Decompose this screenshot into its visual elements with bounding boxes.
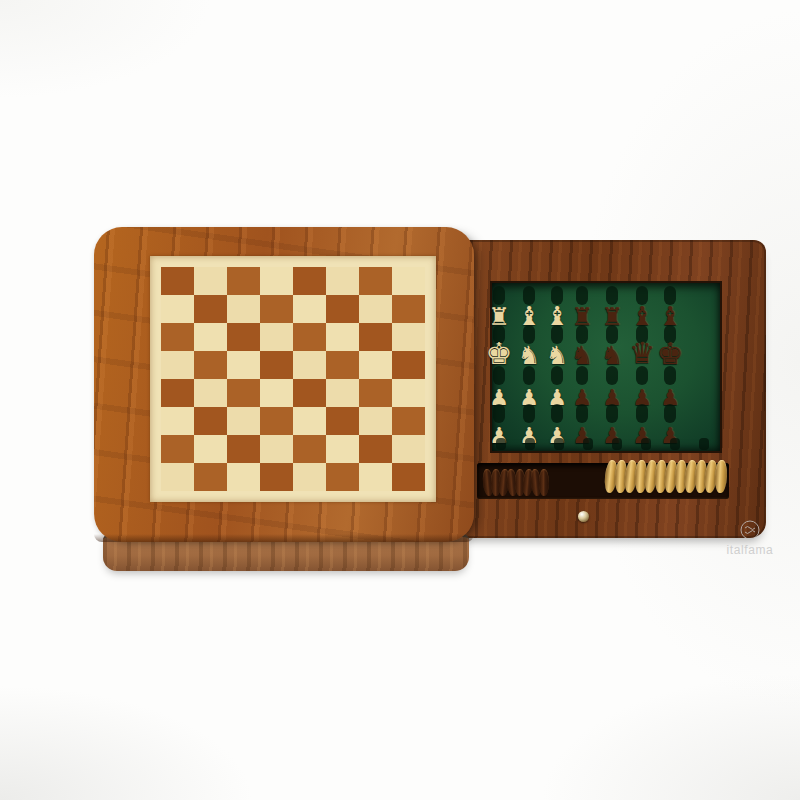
board-square [161, 323, 194, 351]
board-square [260, 267, 293, 295]
board-square [326, 435, 359, 463]
board-square [392, 435, 425, 463]
box-lid [94, 227, 474, 542]
board-square [227, 267, 260, 295]
board-square [293, 267, 326, 295]
felt-slot-hole [606, 404, 618, 423]
board-square [293, 379, 326, 407]
board-square [194, 351, 227, 379]
empty-slot-notch [699, 438, 709, 450]
board-square [359, 407, 392, 435]
felt-slot-hole [576, 404, 588, 423]
board-square [326, 351, 359, 379]
board-square [326, 295, 359, 323]
board-square [392, 407, 425, 435]
board-square [227, 463, 260, 491]
watermark: italfama [704, 518, 796, 557]
board-square [392, 295, 425, 323]
board-square [293, 323, 326, 351]
board-square [293, 351, 326, 379]
felt-slot-hole [636, 404, 648, 423]
empty-slot-notch [525, 438, 535, 450]
empty-slot-notch [583, 438, 593, 450]
board-square [161, 379, 194, 407]
board-square [326, 323, 359, 351]
board-square [260, 435, 293, 463]
board-grid [161, 267, 425, 491]
board-square [161, 295, 194, 323]
board-square [161, 407, 194, 435]
board-square [260, 351, 293, 379]
board-square [194, 407, 227, 435]
board-square [392, 379, 425, 407]
board-square [161, 435, 194, 463]
empty-slot-notch [496, 438, 506, 450]
board-square [161, 351, 194, 379]
board-square [260, 463, 293, 491]
felt-slot-hole [493, 366, 505, 385]
board-square [359, 267, 392, 295]
board-square [293, 435, 326, 463]
felt-slot-hole [664, 404, 676, 423]
board-square [359, 435, 392, 463]
board-square [194, 295, 227, 323]
board-square [227, 407, 260, 435]
board-square [326, 267, 359, 295]
board-square [359, 295, 392, 323]
board-square [392, 267, 425, 295]
board-square [227, 323, 260, 351]
board-square [161, 463, 194, 491]
felt-slot-hole [576, 366, 588, 385]
empty-slot-notch [641, 438, 651, 450]
board-square [359, 463, 392, 491]
board-square [194, 323, 227, 351]
board-square [326, 407, 359, 435]
empty-slot-notch [612, 438, 622, 450]
board-square [392, 323, 425, 351]
watermark-logo-icon [738, 518, 762, 542]
watermark-text: italfama [704, 543, 796, 557]
board-square [161, 267, 194, 295]
felt-slot-hole [523, 366, 535, 385]
board-square [260, 295, 293, 323]
felt-piece-tray: ♜♝♝♜♜♝♝♚♞♞♞♞♛♚♟♟♟♟♟♟♟♟♟♟♟♟♟♟ [490, 281, 722, 453]
felt-slot-hole [493, 404, 505, 423]
felt-slot-hole [523, 404, 535, 423]
board-square [293, 295, 326, 323]
board-square [227, 351, 260, 379]
felt-slot-hole [551, 404, 563, 423]
board-square [260, 379, 293, 407]
board-square [227, 295, 260, 323]
felt-slot-hole [664, 366, 676, 385]
product-photo-scene: ♜♝♝♜♜♝♝♚♞♞♞♞♛♚♟♟♟♟♟♟♟♟♟♟♟♟♟♟ italfama [0, 0, 800, 800]
drawer-pull-knob [578, 511, 589, 522]
board-square [194, 267, 227, 295]
empty-slot-notch [670, 438, 680, 450]
board-square [194, 379, 227, 407]
board-square [194, 463, 227, 491]
lid-edge-shadow [94, 534, 474, 542]
board-square [326, 463, 359, 491]
felt-slot-hole [606, 366, 618, 385]
board-square [260, 407, 293, 435]
board-square [293, 463, 326, 491]
board-square [227, 435, 260, 463]
board-square [260, 323, 293, 351]
empty-slot-notch [554, 438, 564, 450]
board-square [359, 379, 392, 407]
board-square [194, 435, 227, 463]
board-square [392, 351, 425, 379]
board-square [326, 379, 359, 407]
checkers-compartment [477, 463, 729, 499]
dark-draughts-disc [539, 469, 549, 496]
board-square [359, 323, 392, 351]
light-draughts-disc [714, 460, 728, 494]
board-square [359, 351, 392, 379]
dark-checkers-stack [483, 469, 547, 496]
felt-slot-hole [636, 366, 648, 385]
board-square [227, 379, 260, 407]
light-checkers-stack [605, 460, 725, 493]
felt-slot-hole [551, 366, 563, 385]
board-square [293, 407, 326, 435]
chess-board [150, 256, 436, 502]
board-square [392, 463, 425, 491]
